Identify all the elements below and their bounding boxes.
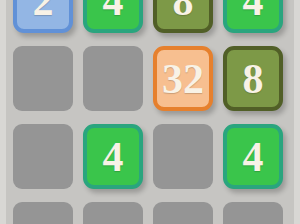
empty-cell (83, 46, 143, 111)
tile-8: 8 (153, 0, 213, 33)
tile-grid: 248432844 (13, 0, 283, 224)
tile-4: 4 (223, 0, 283, 33)
empty-cell (13, 46, 73, 111)
empty-cell (223, 202, 283, 224)
empty-cell (13, 124, 73, 189)
tile-4: 4 (83, 124, 143, 189)
tile-32: 32 (153, 46, 213, 111)
empty-cell (83, 202, 143, 224)
tile-4: 4 (83, 0, 143, 33)
game-screen: 248432844 (0, 0, 300, 224)
empty-cell (153, 124, 213, 189)
2048-board[interactable]: 248432844 (6, 0, 294, 224)
tile-8: 8 (223, 46, 283, 111)
empty-cell (153, 202, 213, 224)
tile-2: 2 (13, 0, 73, 33)
empty-cell (13, 202, 73, 224)
tile-4: 4 (223, 124, 283, 189)
